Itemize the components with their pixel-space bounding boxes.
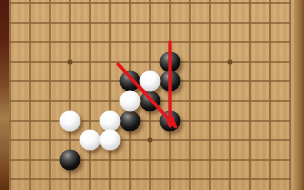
white-stone xyxy=(100,110,121,131)
white-stone xyxy=(80,130,101,151)
gomoku-game-screenshot xyxy=(0,0,304,190)
board-left-edge xyxy=(0,0,9,190)
black-stone xyxy=(160,71,181,92)
black-stone xyxy=(120,110,141,131)
black-stone xyxy=(120,71,141,92)
white-stone xyxy=(140,71,161,92)
black-stone xyxy=(140,91,161,112)
white-stone xyxy=(60,110,81,131)
black-stone xyxy=(60,149,81,170)
black-stone xyxy=(160,51,181,72)
white-stone xyxy=(100,130,121,151)
black-stone xyxy=(160,110,181,131)
white-stone xyxy=(120,91,141,112)
board-right-edge xyxy=(294,0,304,190)
